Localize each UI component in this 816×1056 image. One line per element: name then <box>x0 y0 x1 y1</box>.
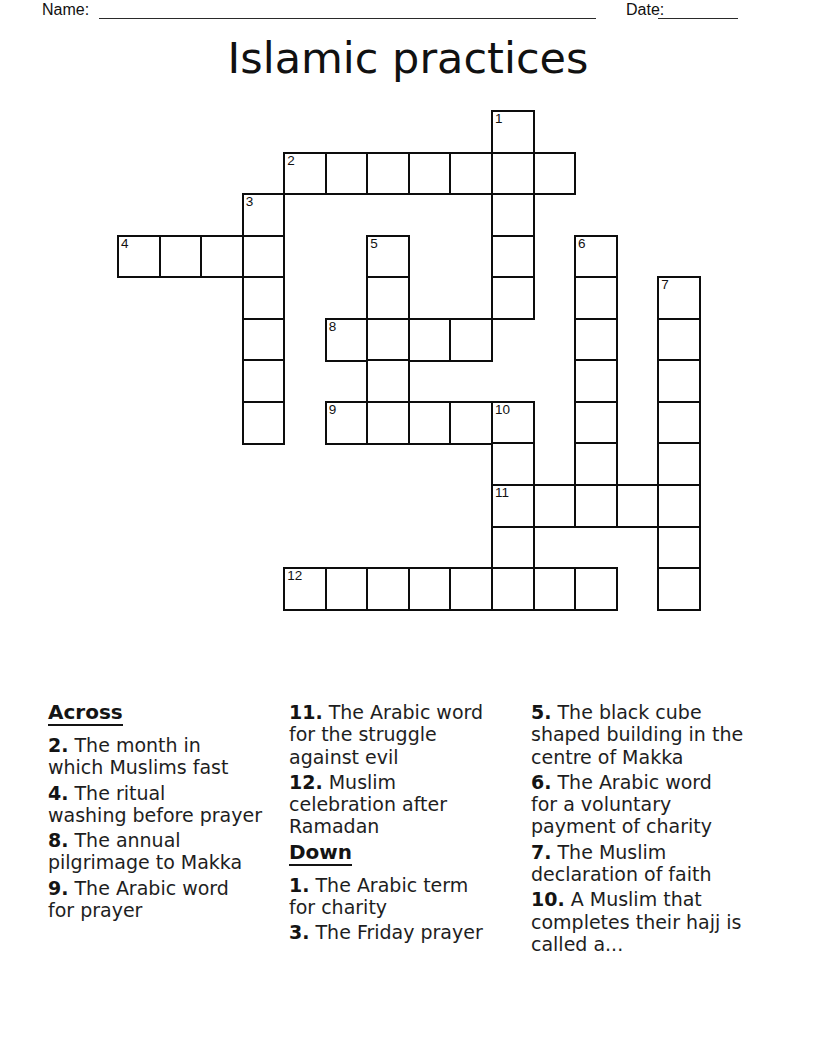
cell-number-2: 2 <box>287 154 295 168</box>
worksheet-page: { "game": "crossword", "title": "Islamic… <box>0 0 816 1056</box>
grid-cell-r9c11[interactable] <box>574 484 618 528</box>
grid-cell-r7c11[interactable] <box>574 401 618 445</box>
clue-number-across-12: 12. <box>289 771 323 793</box>
cell-number-5: 5 <box>370 237 378 251</box>
grid-cell-r11c9[interactable] <box>491 567 535 611</box>
clue-across-8: 8. The annual pilgrimage to Makka <box>48 829 288 874</box>
grid-cell-r5c11[interactable] <box>574 318 618 362</box>
crossword-grid: 123456789101112 <box>117 110 701 611</box>
clue-number-down-10: 10. <box>531 888 565 910</box>
grid-cell-r1c4[interactable]: 2 <box>283 152 327 196</box>
grid-cell-r9c9[interactable]: 11 <box>491 484 535 528</box>
grid-cell-r5c13[interactable] <box>657 318 701 362</box>
grid-cell-r4c6[interactable] <box>366 276 410 320</box>
grid-cell-r7c13[interactable] <box>657 401 701 445</box>
grid-cell-r2c3[interactable]: 3 <box>242 193 286 237</box>
grid-cell-r11c8[interactable] <box>449 567 493 611</box>
cell-number-7: 7 <box>661 278 669 292</box>
name-label: Name: <box>42 1 89 19</box>
clue-number-down-1: 1. <box>289 874 309 896</box>
grid-cell-r6c6[interactable] <box>366 359 410 403</box>
grid-cell-r3c9[interactable] <box>491 235 535 279</box>
clue-across-2: 2. The month in which Muslims fast <box>48 734 288 779</box>
cell-number-6: 6 <box>578 237 586 251</box>
grid-cell-r10c13[interactable] <box>657 526 701 570</box>
clues-column-1: Across 2. The month in which Muslims fas… <box>48 701 288 924</box>
grid-cell-r1c6[interactable] <box>366 152 410 196</box>
grid-cell-r5c7[interactable] <box>408 318 452 362</box>
clue-number-across-4: 4. <box>48 782 68 804</box>
grid-cell-r8c11[interactable] <box>574 442 618 486</box>
clue-text-down-5: The black cube shaped building in the ce… <box>531 701 743 768</box>
cell-number-3: 3 <box>246 195 254 209</box>
grid-cell-r11c11[interactable] <box>574 567 618 611</box>
grid-cell-r0c9[interactable]: 1 <box>491 110 535 154</box>
down-heading: Down <box>289 841 352 866</box>
grid-cell-r1c10[interactable] <box>533 152 577 196</box>
clues-column-2: 11. The Arabic word for the struggle aga… <box>289 701 517 947</box>
grid-cell-r9c10[interactable] <box>533 484 577 528</box>
clue-down-5: 5. The black cube shaped building in the… <box>531 701 787 768</box>
grid-cell-r5c6[interactable] <box>366 318 410 362</box>
across-heading: Across <box>48 701 123 726</box>
grid-cell-r5c5[interactable]: 8 <box>325 318 369 362</box>
grid-cell-r3c0[interactable]: 4 <box>117 235 161 279</box>
grid-cell-r11c5[interactable] <box>325 567 369 611</box>
grid-cell-r1c5[interactable] <box>325 152 369 196</box>
clue-number-across-9: 9. <box>48 877 68 899</box>
cell-number-10: 10 <box>495 403 510 417</box>
grid-cell-r7c5[interactable]: 9 <box>325 401 369 445</box>
clue-text-across-4: The ritual washing before prayer <box>48 782 262 826</box>
clue-down-6: 6. The Arabic word for a voluntary payme… <box>531 771 787 838</box>
clue-text-down-3: The Friday prayer <box>316 921 483 943</box>
grid-cell-r1c8[interactable] <box>449 152 493 196</box>
grid-cell-r5c3[interactable] <box>242 318 286 362</box>
clue-number-down-5: 5. <box>531 701 551 723</box>
clue-number-down-3: 3. <box>289 921 309 943</box>
clue-text-across-8: The annual pilgrimage to Makka <box>48 829 242 873</box>
clue-number-down-6: 6. <box>531 771 551 793</box>
grid-cell-r7c9[interactable]: 10 <box>491 401 535 445</box>
clue-down-10: 10. A Muslim that completes their hajj i… <box>531 888 787 955</box>
clue-number-across-11: 11. <box>289 701 323 723</box>
grid-cell-r7c3[interactable] <box>242 401 286 445</box>
clue-down-1: 1. The Arabic term for charity <box>289 874 517 919</box>
clue-across-9: 9. The Arabic word for prayer <box>48 877 288 922</box>
grid-cell-r4c11[interactable] <box>574 276 618 320</box>
grid-cell-r3c3[interactable] <box>242 235 286 279</box>
grid-cell-r11c6[interactable] <box>366 567 410 611</box>
grid-cell-r3c2[interactable] <box>200 235 244 279</box>
page-title: Islamic practices <box>0 33 816 83</box>
grid-cell-r10c9[interactable] <box>491 526 535 570</box>
clue-number-down-7: 7. <box>531 841 551 863</box>
date-input-line[interactable] <box>658 2 738 19</box>
clue-number-across-8: 8. <box>48 829 68 851</box>
grid-cell-r6c13[interactable] <box>657 359 701 403</box>
grid-cell-r11c4[interactable]: 12 <box>283 567 327 611</box>
cell-number-8: 8 <box>329 320 337 334</box>
grid-cell-r11c13[interactable] <box>657 567 701 611</box>
grid-cell-r4c13[interactable]: 7 <box>657 276 701 320</box>
cell-number-11: 11 <box>495 486 509 500</box>
clue-number-across-2: 2. <box>48 734 68 756</box>
cell-number-4: 4 <box>121 237 129 251</box>
grid-cell-r2c9[interactable] <box>491 193 535 237</box>
grid-cell-r11c7[interactable] <box>408 567 452 611</box>
grid-cell-r8c9[interactable] <box>491 442 535 486</box>
clue-text-across-9: The Arabic word for prayer <box>48 877 229 921</box>
grid-cell-r7c7[interactable] <box>408 401 452 445</box>
clue-down-3: 3. The Friday prayer <box>289 921 517 943</box>
clue-down-7: 7. The Muslim declaration of faith <box>531 841 787 886</box>
grid-cell-r9c12[interactable] <box>616 484 660 528</box>
grid-cell-r4c3[interactable] <box>242 276 286 320</box>
grid-cell-r9c13[interactable] <box>657 484 701 528</box>
grid-cell-r3c6[interactable]: 5 <box>366 235 410 279</box>
clues-column-3: 5. The black cube shaped building in the… <box>531 701 787 958</box>
grid-cell-r3c11[interactable]: 6 <box>574 235 618 279</box>
cell-number-12: 12 <box>287 569 302 583</box>
cell-number-1: 1 <box>495 112 503 126</box>
clue-text-across-2: The month in which Muslims fast <box>48 734 228 778</box>
grid-cell-r6c11[interactable] <box>574 359 618 403</box>
grid-cell-r7c8[interactable] <box>449 401 493 445</box>
cell-number-9: 9 <box>329 403 337 417</box>
grid-cell-r1c7[interactable] <box>408 152 452 196</box>
clue-text-down-6: The Arabic word for a voluntary payment … <box>531 771 712 838</box>
grid-cell-r1c9[interactable] <box>491 152 535 196</box>
grid-cell-r11c10[interactable] <box>533 567 577 611</box>
clue-text-down-1: The Arabic term for charity <box>289 874 468 918</box>
grid-cell-r8c13[interactable] <box>657 442 701 486</box>
grid-cell-r5c8[interactable] <box>449 318 493 362</box>
grid-cell-r4c9[interactable] <box>491 276 535 320</box>
grid-cell-r3c1[interactable] <box>159 235 203 279</box>
clue-across-12: 12. Muslim celebration after Ramadan <box>289 771 517 838</box>
clue-across-4: 4. The ritual washing before prayer <box>48 782 288 827</box>
clue-text-down-7: The Muslim declaration of faith <box>531 841 711 885</box>
clue-across-11: 11. The Arabic word for the struggle aga… <box>289 701 517 768</box>
name-input-line[interactable] <box>99 2 596 19</box>
grid-cell-r7c6[interactable] <box>366 401 410 445</box>
grid-cell-r6c3[interactable] <box>242 359 286 403</box>
